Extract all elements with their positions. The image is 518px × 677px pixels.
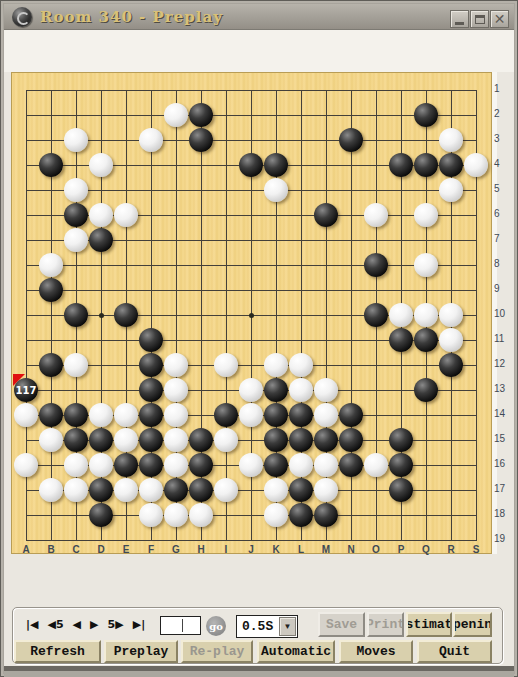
jump-end-button[interactable]: ▶|	[133, 618, 145, 632]
stone-white-Q10	[414, 303, 438, 327]
column-label-L: L	[293, 544, 309, 555]
quit-button[interactable]: Quit	[417, 640, 492, 663]
stone-black-L18	[289, 503, 313, 527]
column-label-R: R	[443, 544, 459, 555]
stone-black-F16	[139, 453, 163, 477]
app-icon	[12, 7, 32, 27]
row-label-13: 13	[494, 383, 510, 394]
stone-black-M18	[314, 503, 338, 527]
save-button: Save	[318, 612, 365, 637]
stone-white-R11	[439, 328, 463, 352]
column-label-J: J	[243, 544, 259, 555]
stone-white-J14	[239, 403, 263, 427]
stone-white-E14	[114, 403, 138, 427]
refresh-button[interactable]: Refresh	[14, 640, 101, 663]
stone-black-O8	[364, 253, 388, 277]
stone-black-N14	[339, 403, 363, 427]
stone-black-B12	[39, 353, 63, 377]
title-bar[interactable]: Room 340 - Preplay ✕	[4, 4, 514, 30]
stone-white-B15	[39, 428, 63, 452]
stone-black-A13: 117	[14, 378, 38, 402]
stone-black-P15	[389, 428, 413, 452]
row-label-17: 17	[494, 483, 510, 494]
stone-white-D4	[89, 153, 113, 177]
stone-black-F14	[139, 403, 163, 427]
stone-black-K4	[264, 153, 288, 177]
stone-black-M6	[314, 203, 338, 227]
go-button[interactable]: go	[206, 616, 226, 636]
stone-black-O10	[364, 303, 388, 327]
stone-white-F3	[139, 128, 163, 152]
stone-white-K12	[264, 353, 288, 377]
back-1-button[interactable]: ◀	[73, 618, 81, 632]
stone-black-K15	[264, 428, 288, 452]
stone-black-H15	[189, 428, 213, 452]
stone-white-M14	[314, 403, 338, 427]
stone-white-R3	[439, 128, 463, 152]
close-button[interactable]: ✕	[490, 10, 509, 28]
stone-white-E6	[114, 203, 138, 227]
stone-white-Q8	[414, 253, 438, 277]
stone-black-M15	[314, 428, 338, 452]
chevron-down-icon[interactable]: ▼	[279, 617, 296, 636]
column-label-S: S	[468, 544, 484, 555]
stone-white-K17	[264, 478, 288, 502]
column-label-P: P	[393, 544, 409, 555]
goban[interactable]: 117	[11, 72, 492, 554]
stone-black-F12	[139, 353, 163, 377]
stone-black-D18	[89, 503, 113, 527]
input-caret	[182, 619, 183, 632]
stone-black-G17	[164, 478, 188, 502]
stone-white-F18	[139, 503, 163, 527]
maximize-button[interactable]	[470, 10, 489, 28]
stone-white-D6	[89, 203, 113, 227]
row-label-15: 15	[494, 433, 510, 444]
column-label-I: I	[218, 544, 234, 555]
stone-white-E15	[114, 428, 138, 452]
stone-black-D7	[89, 228, 113, 252]
stone-white-O6	[364, 203, 388, 227]
stone-black-P11	[389, 328, 413, 352]
row-label-1: 1	[494, 83, 510, 94]
stone-black-B4	[39, 153, 63, 177]
stone-black-N15	[339, 428, 363, 452]
column-label-B: B	[43, 544, 59, 555]
row-label-4: 4	[494, 158, 510, 169]
stone-black-L15	[289, 428, 313, 452]
stone-black-L14	[289, 403, 313, 427]
stone-black-Q2	[414, 103, 438, 127]
stone-black-R4	[439, 153, 463, 177]
stone-white-A14	[14, 403, 38, 427]
stone-black-I14	[214, 403, 238, 427]
stone-white-J13	[239, 378, 263, 402]
stone-black-Q4	[414, 153, 438, 177]
column-label-Q: Q	[418, 544, 434, 555]
stone-white-G2	[164, 103, 188, 127]
star-point	[249, 313, 254, 318]
move-number-input[interactable]	[160, 616, 201, 635]
stone-black-P16	[389, 453, 413, 477]
stone-white-P10	[389, 303, 413, 327]
row-label-3: 3	[494, 133, 510, 144]
preplay-button[interactable]: Preplay	[104, 640, 178, 663]
stone-white-I17	[214, 478, 238, 502]
column-label-M: M	[318, 544, 334, 555]
stone-black-N3	[339, 128, 363, 152]
stone-white-C12	[64, 353, 88, 377]
frame-bottom-light	[4, 671, 514, 677]
stone-black-P17	[389, 478, 413, 502]
stone-white-A16	[14, 453, 38, 477]
stone-white-G12	[164, 353, 188, 377]
column-label-H: H	[193, 544, 209, 555]
row-label-11: 11	[494, 333, 510, 344]
window-title: Room 340 - Preplay	[40, 8, 223, 26]
stone-white-M13	[314, 378, 338, 402]
stone-white-G14	[164, 403, 188, 427]
stone-black-L17	[289, 478, 313, 502]
stone-white-S4	[464, 153, 488, 177]
stone-white-M17	[314, 478, 338, 502]
speed-select[interactable]: 0.5S ▼	[236, 615, 298, 638]
column-label-E: E	[118, 544, 134, 555]
star-point	[99, 313, 104, 318]
stone-white-L12	[289, 353, 313, 377]
minimize-button[interactable]	[450, 10, 469, 28]
top-strip	[4, 30, 514, 72]
stone-black-E10	[114, 303, 138, 327]
stone-black-D17	[89, 478, 113, 502]
stone-black-C6	[64, 203, 88, 227]
stone-white-M16	[314, 453, 338, 477]
stone-black-N16	[339, 453, 363, 477]
stone-black-C14	[64, 403, 88, 427]
playback-controls: |◀◀5◀▶5▶▶|	[26, 618, 145, 632]
stone-black-R12	[439, 353, 463, 377]
stone-black-C10	[64, 303, 88, 327]
speed-select-value: 0.5S	[242, 619, 273, 634]
stone-white-G15	[164, 428, 188, 452]
stone-white-R10	[439, 303, 463, 327]
stone-black-K14	[264, 403, 288, 427]
stone-black-H16	[189, 453, 213, 477]
re-play-button: Re-play	[181, 640, 253, 663]
row-label-9: 9	[494, 283, 510, 294]
stone-black-C15	[64, 428, 88, 452]
automatic-button[interactable]: Automatic	[257, 640, 335, 663]
stone-white-C17	[64, 478, 88, 502]
row-label-8: 8	[494, 258, 510, 269]
stone-white-H18	[189, 503, 213, 527]
stone-black-K16	[264, 453, 288, 477]
app-window: Room 340 - Preplay ✕ 117 ABCDEFGHIJKLMNO…	[0, 0, 518, 677]
stimat-button[interactable]: stimat	[406, 612, 452, 637]
row-label-7: 7	[494, 233, 510, 244]
stone-black-E16	[114, 453, 138, 477]
stone-black-H17	[189, 478, 213, 502]
row-label-18: 18	[494, 508, 510, 519]
penin-button[interactable]: penin	[453, 612, 492, 637]
stone-white-B8	[39, 253, 63, 277]
row-label-19: 19	[494, 533, 510, 544]
stone-white-G13	[164, 378, 188, 402]
stone-white-C7	[64, 228, 88, 252]
stone-white-G18	[164, 503, 188, 527]
stone-black-H2	[189, 103, 213, 127]
stone-black-K13	[264, 378, 288, 402]
stone-black-P4	[389, 153, 413, 177]
stone-white-L16	[289, 453, 313, 477]
column-label-G: G	[168, 544, 184, 555]
maximize-icon	[475, 15, 485, 24]
column-label-O: O	[368, 544, 384, 555]
forward-1-button[interactable]: ▶	[90, 618, 98, 632]
row-label-2: 2	[494, 108, 510, 119]
column-label-K: K	[268, 544, 284, 555]
row-label-16: 16	[494, 458, 510, 469]
stone-black-H3	[189, 128, 213, 152]
stone-white-D14	[89, 403, 113, 427]
stone-black-Q11	[414, 328, 438, 352]
close-icon: ✕	[494, 12, 506, 26]
column-label-F: F	[143, 544, 159, 555]
forward-5-button[interactable]: 5▶	[108, 618, 124, 632]
stone-black-F13	[139, 378, 163, 402]
back-5-button[interactable]: ◀5	[47, 618, 63, 632]
stone-white-F17	[139, 478, 163, 502]
stone-white-E17	[114, 478, 138, 502]
column-label-D: D	[93, 544, 109, 555]
stone-white-R5	[439, 178, 463, 202]
client-area: 117 ABCDEFGHIJKLMNOPQRS 1234567891011121…	[4, 30, 514, 666]
stone-black-B14	[39, 403, 63, 427]
column-label-N: N	[343, 544, 359, 555]
column-label-A: A	[18, 544, 34, 555]
stone-black-B9	[39, 278, 63, 302]
last-move-number: 117	[16, 385, 37, 396]
row-label-12: 12	[494, 358, 510, 369]
row-label-14: 14	[494, 408, 510, 419]
stone-white-Q6	[414, 203, 438, 227]
stone-white-C5	[64, 178, 88, 202]
stone-white-C3	[64, 128, 88, 152]
stone-white-I12	[214, 353, 238, 377]
stone-white-C16	[64, 453, 88, 477]
stone-black-J4	[239, 153, 263, 177]
stone-white-K18	[264, 503, 288, 527]
stone-black-F11	[139, 328, 163, 352]
stone-black-Q13	[414, 378, 438, 402]
stone-white-B17	[39, 478, 63, 502]
stone-white-G16	[164, 453, 188, 477]
minimize-icon	[455, 22, 464, 25]
stone-white-J16	[239, 453, 263, 477]
stone-white-O16	[364, 453, 388, 477]
stone-black-D15	[89, 428, 113, 452]
row-label-10: 10	[494, 308, 510, 319]
column-label-C: C	[68, 544, 84, 555]
stone-black-F15	[139, 428, 163, 452]
row-label-5: 5	[494, 183, 510, 194]
jump-start-button[interactable]: |◀	[26, 618, 38, 632]
print-button: Print	[367, 612, 404, 637]
row-label-6: 6	[494, 208, 510, 219]
stone-white-L13	[289, 378, 313, 402]
stone-white-I15	[214, 428, 238, 452]
moves-button[interactable]: Moves	[339, 640, 413, 663]
stone-white-D16	[89, 453, 113, 477]
stone-white-K5	[264, 178, 288, 202]
